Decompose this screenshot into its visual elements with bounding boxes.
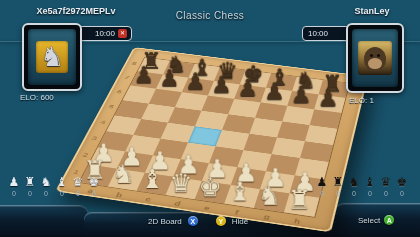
piece-black-pawn[interactable]: ♟ — [261, 78, 288, 105]
page-title: Classic Chess — [0, 10, 420, 21]
piece-white-knight[interactable]: ♞ — [254, 181, 285, 212]
black-clock-time: 10:00 — [308, 29, 328, 38]
bottom-bar-left — [0, 205, 88, 237]
file-label-h: h — [281, 216, 313, 228]
piece-white-knight[interactable]: ♞ — [108, 160, 138, 190]
tray-item-rook: ♜ 0 — [24, 176, 36, 197]
tray-item-queen: ♛ 0 — [380, 176, 392, 197]
square-a4[interactable] — [106, 115, 141, 135]
king-icon: ♚ — [89, 176, 100, 189]
piece-black-pawn[interactable]: ♟ — [288, 82, 315, 109]
tray-item-bishop: ♝ 0 — [364, 176, 376, 197]
tray-item-pawn: ♟ 0 — [8, 176, 20, 197]
piece-white-queen[interactable]: ♛ — [166, 168, 196, 198]
king-icon: ♚ — [397, 176, 408, 189]
tray-item-knight: ♞ 0 — [348, 176, 360, 197]
tray-item-king: ♚ 0 — [88, 176, 100, 197]
white-elo-label: ELO: 600 — [20, 93, 54, 102]
2d-board-button[interactable]: 2D Board — [148, 217, 182, 226]
knight-icon: ♞ — [41, 176, 52, 189]
game-screen: Classic Chess Xe5a7f2972MEPLv 10:00 ✕ ♞ … — [0, 0, 420, 237]
rook-icon: ♜ — [333, 176, 344, 189]
piece-black-pawn[interactable]: ♟ — [208, 72, 235, 99]
white-avatar-panel: ♞ — [28, 29, 76, 85]
white-player-clock: 10:00 ✕ — [76, 26, 132, 41]
file-label-d: d — [161, 198, 193, 209]
file-label-b: b — [103, 190, 135, 201]
tray-item-bishop: ♝ 0 — [56, 176, 68, 197]
bishop-icon: ♝ — [365, 176, 376, 189]
square-a5[interactable] — [115, 100, 149, 119]
piece-black-pawn[interactable]: ♟ — [131, 62, 158, 89]
captured-tray-white: ♟ 0 ♜ 0 ♞ 0 ♝ 0 ♛ 0 ♚ 0 — [8, 176, 100, 197]
black-avatar — [358, 41, 392, 75]
tray-item-pawn: ♟ 0 — [316, 176, 328, 197]
file-label-c: c — [132, 194, 164, 205]
piece-white-rook[interactable]: ♜ — [284, 185, 315, 216]
square-h1[interactable]: ♜ — [284, 194, 319, 217]
xbox-y-button-icon[interactable]: Y — [216, 216, 226, 226]
black-avatar-frame — [346, 23, 404, 93]
bishop-icon: ♝ — [57, 176, 68, 189]
xbox-x-button-icon[interactable]: X — [188, 216, 198, 226]
square-h5[interactable] — [305, 125, 337, 145]
pawn-icon: ♟ — [9, 176, 20, 189]
square-c4[interactable] — [161, 123, 195, 143]
rook-icon: ♜ — [25, 176, 36, 189]
hide-button[interactable]: Hide — [232, 217, 248, 226]
muted-speaker-icon: ✕ — [118, 29, 127, 38]
black-elo-label: ELO: 1 — [349, 96, 374, 105]
piece-black-pawn[interactable]: ♟ — [156, 65, 183, 92]
captured-tray-black: ♟ 0 ♜ 0 ♞ 0 ♝ 0 ♛ 0 ♚ 0 — [316, 176, 408, 197]
white-avatar: ♞ — [36, 41, 68, 73]
footer-select: Select A — [358, 214, 394, 226]
queen-icon: ♛ — [73, 176, 84, 189]
piece-white-bishop[interactable]: ♝ — [225, 177, 255, 207]
piece-black-pawn[interactable]: ♟ — [234, 75, 261, 102]
knight-avatar-icon: ♞ — [40, 41, 64, 73]
footer-actions: 2D Board X Y Hide — [148, 215, 248, 227]
square-b5[interactable] — [141, 104, 175, 123]
white-avatar-frame: ♞ — [22, 23, 82, 91]
white-clock-time: 10:00 — [95, 29, 115, 38]
black-player-clock: 10:00 — [302, 26, 350, 41]
queen-icon: ♛ — [381, 176, 392, 189]
tray-item-king: ♚ 0 — [396, 176, 408, 197]
piece-white-bishop[interactable]: ♝ — [137, 164, 167, 194]
piece-black-pawn[interactable]: ♟ — [182, 68, 209, 95]
file-label-e: e — [191, 203, 223, 214]
tray-item-knight: ♞ 0 — [40, 176, 52, 197]
pawn-icon: ♟ — [317, 176, 328, 189]
knight-icon: ♞ — [349, 176, 360, 189]
tray-item-queen: ♛ 0 — [72, 176, 84, 197]
xbox-a-button-icon[interactable]: A — [384, 215, 394, 225]
file-label-g: g — [251, 211, 283, 222]
piece-black-pawn[interactable]: ♟ — [315, 85, 342, 112]
black-avatar-panel — [352, 29, 398, 87]
select-button[interactable]: Select — [358, 216, 380, 225]
chimp-avatar-icon — [364, 47, 386, 71]
piece-white-king[interactable]: ♚ — [195, 172, 225, 202]
tray-item-rook: ♜ 0 — [332, 176, 344, 197]
